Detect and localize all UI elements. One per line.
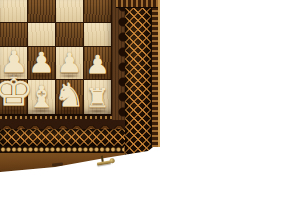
carved-bead-trim-front — [0, 146, 124, 153]
piece-white-bishop-f1[interactable]: ♝ — [27, 82, 56, 112]
piece-white-rook-h1[interactable]: ♜ — [85, 86, 110, 112]
piece-white-pawn-h2[interactable]: ♟ — [85, 52, 109, 77]
piece-white-pawn-e2[interactable]: ♟ — [0, 47, 28, 77]
carved-notch-trim-right — [151, 0, 160, 150]
pieces-layer: ♚♝♞♜♟♟♟♟ — [0, 0, 112, 116]
carved-fan-trim-front — [0, 116, 126, 129]
clasp-knob — [109, 158, 115, 164]
piece-white-pawn-g2[interactable]: ♟ — [57, 50, 83, 77]
piece-white-knight-g1[interactable]: ♞ — [54, 79, 85, 112]
product-photo-scene: ♚♝♞♜♟♟♟♟ — [0, 0, 300, 200]
board-rim-right — [112, 0, 125, 120]
piece-white-pawn-f2[interactable]: ♟ — [28, 49, 55, 77]
chessboard: ♚♝♞♜♟♟♟♟ — [0, 0, 112, 116]
carved-lattice-border-right — [125, 0, 151, 156]
carved-notch-trim-top — [116, 0, 158, 8]
brass-clasp — [94, 152, 121, 174]
